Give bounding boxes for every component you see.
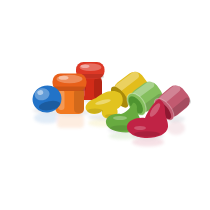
photo-paint-pots xyxy=(0,0,210,210)
paint-pots-scene xyxy=(0,0,210,210)
